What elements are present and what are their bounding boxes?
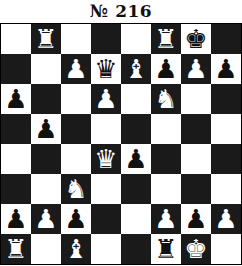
square-d7: ♛: [91, 54, 121, 84]
square-c3: ♞: [61, 174, 91, 204]
square-b6: [31, 84, 61, 114]
chess-board: ♜♜♚♟♛♝♟♟♟♟♟♞♟♛♟♞♟♟♟♟♟♟♜♝♜♚: [0, 23, 242, 265]
piece-white-king: ♚: [184, 234, 207, 264]
square-g4: [181, 144, 211, 174]
piece-black-queen: ♛: [94, 54, 117, 84]
square-c7: ♟: [61, 54, 91, 84]
piece-white-pawn: ♟: [4, 204, 27, 234]
square-h3: [211, 174, 241, 204]
square-d6: ♟: [91, 84, 121, 114]
piece-white-pawn: ♟: [184, 204, 207, 234]
square-g6: [181, 84, 211, 114]
square-f3: [151, 174, 181, 204]
square-g2: ♟: [181, 204, 211, 234]
square-c4: [61, 144, 91, 174]
square-a6: ♟: [1, 84, 31, 114]
square-a5: [1, 114, 31, 144]
square-b4: [31, 144, 61, 174]
square-d8: [91, 24, 121, 54]
square-c6: [61, 84, 91, 114]
square-h2: ♟: [211, 204, 241, 234]
square-d1: [91, 234, 121, 264]
square-d5: [91, 114, 121, 144]
square-h1: [211, 234, 241, 264]
piece-white-rook: ♜: [4, 234, 27, 264]
square-f2: ♟: [151, 204, 181, 234]
piece-black-rook: ♜: [154, 24, 177, 54]
square-e6: [121, 84, 151, 114]
piece-black-pawn: ♟: [34, 114, 57, 144]
square-a3: [1, 174, 31, 204]
square-e5: [121, 114, 151, 144]
piece-black-pawn: ♟: [94, 84, 117, 114]
square-f8: ♜: [151, 24, 181, 54]
square-e4: ♟: [121, 144, 151, 174]
piece-white-bishop: ♝: [64, 234, 87, 264]
square-g5: [181, 114, 211, 144]
piece-black-pawn: ♟: [4, 84, 27, 114]
square-d4: ♛: [91, 144, 121, 174]
square-f4: [151, 144, 181, 174]
piece-black-king: ♚: [184, 24, 207, 54]
square-a8: [1, 24, 31, 54]
piece-white-queen: ♛: [94, 144, 117, 174]
square-c1: ♝: [61, 234, 91, 264]
square-g1: ♚: [181, 234, 211, 264]
square-e7: ♝: [121, 54, 151, 84]
square-g8: ♚: [181, 24, 211, 54]
square-c5: [61, 114, 91, 144]
square-e2: [121, 204, 151, 234]
square-h4: [211, 144, 241, 174]
square-e3: [121, 174, 151, 204]
chess-diagram-page: № 216 ♜♜♚♟♛♝♟♟♟♟♟♞♟♛♟♞♟♟♟♟♟♟♜♝♜♚: [0, 0, 242, 266]
piece-white-rook: ♜: [154, 234, 177, 264]
piece-white-pawn: ♟: [154, 204, 177, 234]
piece-black-pawn: ♟: [214, 54, 237, 84]
piece-black-bishop: ♝: [124, 54, 147, 84]
square-e8: [121, 24, 151, 54]
square-h7: ♟: [211, 54, 241, 84]
square-b7: [31, 54, 61, 84]
square-h8: [211, 24, 241, 54]
square-g7: ♟: [181, 54, 211, 84]
square-a2: ♟: [1, 204, 31, 234]
square-f1: ♜: [151, 234, 181, 264]
square-d2: [91, 204, 121, 234]
square-a7: [1, 54, 31, 84]
square-e1: [121, 234, 151, 264]
piece-black-pawn: ♟: [154, 54, 177, 84]
piece-white-pawn: ♟: [34, 204, 57, 234]
square-h6: [211, 84, 241, 114]
square-f6: ♞: [151, 84, 181, 114]
square-b3: [31, 174, 61, 204]
diagram-title: № 216: [0, 0, 242, 21]
square-g3: [181, 174, 211, 204]
square-d3: [91, 174, 121, 204]
piece-white-pawn: ♟: [214, 204, 237, 234]
square-c8: [61, 24, 91, 54]
piece-white-pawn: ♟: [64, 204, 87, 234]
piece-black-pawn: ♟: [64, 54, 87, 84]
square-f7: ♟: [151, 54, 181, 84]
square-a1: ♜: [1, 234, 31, 264]
square-b1: [31, 234, 61, 264]
square-b5: ♟: [31, 114, 61, 144]
square-b2: ♟: [31, 204, 61, 234]
piece-white-knight: ♞: [64, 174, 87, 204]
piece-black-rook: ♜: [34, 24, 57, 54]
piece-black-knight: ♞: [154, 84, 177, 114]
piece-white-pawn: ♟: [124, 144, 147, 174]
square-f5: [151, 114, 181, 144]
square-a4: [1, 144, 31, 174]
piece-black-pawn: ♟: [184, 54, 207, 84]
square-h5: [211, 114, 241, 144]
square-b8: ♜: [31, 24, 61, 54]
square-c2: ♟: [61, 204, 91, 234]
